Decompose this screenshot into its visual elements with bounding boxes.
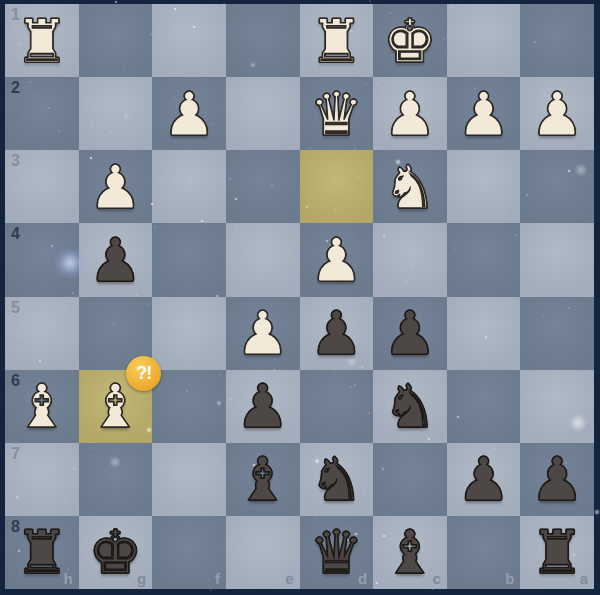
rank-label-5: 5 [11,300,20,316]
square-b5[interactable] [447,297,521,370]
square-d2[interactable]: ♛ [300,77,374,150]
square-h8[interactable]: 8h♜ [5,516,79,589]
square-f4[interactable] [152,223,226,296]
square-c3[interactable]: ♞ [373,150,447,223]
white-pawn-f2[interactable]: ♟ [162,84,216,144]
rank-label-7: 7 [11,446,20,462]
black-pawn-a7[interactable]: ♟ [530,449,584,509]
square-c5[interactable]: ♟ [373,297,447,370]
square-d8[interactable]: d♛ [300,516,374,589]
black-pawn-b7[interactable]: ♟ [457,449,511,509]
square-d5[interactable]: ♟ [300,297,374,370]
square-b2[interactable]: ♟ [447,77,521,150]
square-h2[interactable]: 2 [5,77,79,150]
rank-label-2: 2 [11,80,20,96]
square-c8[interactable]: c♝ [373,516,447,589]
square-f6[interactable] [152,370,226,443]
square-b1[interactable] [447,4,521,77]
white-pawn-a2[interactable]: ♟ [530,84,584,144]
square-f1[interactable] [152,4,226,77]
square-h4[interactable]: 4 [5,223,79,296]
square-d3[interactable] [300,150,374,223]
black-rook-a8[interactable]: ♜ [530,522,584,582]
square-a2[interactable]: ♟ [520,77,594,150]
square-f3[interactable] [152,150,226,223]
square-d4[interactable]: ♟ [300,223,374,296]
black-bishop-c8[interactable]: ♝ [383,522,437,582]
square-g2[interactable] [79,77,153,150]
white-rook-d1[interactable]: ♜ [309,11,363,71]
black-pawn-g4[interactable]: ♟ [89,230,143,290]
square-b6[interactable] [447,370,521,443]
square-e4[interactable] [226,223,300,296]
square-e3[interactable] [226,150,300,223]
square-g8[interactable]: g♚ [79,516,153,589]
square-e2[interactable] [226,77,300,150]
square-b7[interactable]: ♟ [447,443,521,516]
white-bishop-h6[interactable]: ♝ [15,376,69,436]
square-b3[interactable] [447,150,521,223]
black-knight-c6[interactable]: ♞ [383,376,437,436]
black-pawn-c5[interactable]: ♟ [383,303,437,363]
square-c2[interactable]: ♟ [373,77,447,150]
square-h6[interactable]: 6♝ [5,370,79,443]
square-c7[interactable] [373,443,447,516]
square-g7[interactable] [79,443,153,516]
chess-board: 1♜♜♚2♟♛♟♟♟3♟♞4♟♟5♟♟♟6♝♝?!♟♞7♝♞♟♟8h♜g♚fed… [5,4,594,589]
square-e6[interactable]: ♟ [226,370,300,443]
file-label-e: e [285,571,293,586]
square-d1[interactable]: ♜ [300,4,374,77]
white-pawn-g3[interactable]: ♟ [89,157,143,217]
square-d6[interactable] [300,370,374,443]
square-f2[interactable]: ♟ [152,77,226,150]
square-f8[interactable]: f [152,516,226,589]
chess-app-stage: 1♜♜♚2♟♛♟♟♟3♟♞4♟♟5♟♟♟6♝♝?!♟♞7♝♞♟♟8h♜g♚fed… [0,0,600,595]
square-b4[interactable] [447,223,521,296]
file-label-b: b [505,571,514,586]
move-annotation-badge: ?! [126,356,161,391]
square-e7[interactable]: ♝ [226,443,300,516]
square-d7[interactable]: ♞ [300,443,374,516]
white-pawn-d4[interactable]: ♟ [309,230,363,290]
square-g4[interactable]: ♟ [79,223,153,296]
white-rook-h1[interactable]: ♜ [15,11,69,71]
black-rook-h8[interactable]: ♜ [15,522,69,582]
square-e1[interactable] [226,4,300,77]
file-label-f: f [215,571,220,586]
square-f5[interactable] [152,297,226,370]
square-a3[interactable] [520,150,594,223]
white-king-c1[interactable]: ♚ [383,11,437,71]
square-g1[interactable] [79,4,153,77]
black-king-g8[interactable]: ♚ [89,522,143,582]
rank-label-4: 4 [11,226,20,242]
square-a7[interactable]: ♟ [520,443,594,516]
white-pawn-b2[interactable]: ♟ [457,84,511,144]
square-f7[interactable] [152,443,226,516]
square-g6[interactable]: ♝?! [79,370,153,443]
black-bishop-e7[interactable]: ♝ [236,449,290,509]
black-pawn-e6[interactable]: ♟ [236,376,290,436]
square-c4[interactable] [373,223,447,296]
white-knight-c3[interactable]: ♞ [383,157,437,217]
black-pawn-d5[interactable]: ♟ [309,303,363,363]
square-c6[interactable]: ♞ [373,370,447,443]
square-a1[interactable] [520,4,594,77]
square-c1[interactable]: ♚ [373,4,447,77]
black-knight-d7[interactable]: ♞ [309,449,363,509]
square-h5[interactable]: 5 [5,297,79,370]
square-a8[interactable]: a♜ [520,516,594,589]
black-queen-d8[interactable]: ♛ [309,522,363,582]
square-a4[interactable] [520,223,594,296]
square-h3[interactable]: 3 [5,150,79,223]
square-e8[interactable]: e [226,516,300,589]
square-e5[interactable]: ♟ [226,297,300,370]
white-pawn-e5[interactable]: ♟ [236,303,290,363]
white-pawn-c2[interactable]: ♟ [383,84,437,144]
square-a6[interactable] [520,370,594,443]
square-a5[interactable] [520,297,594,370]
square-g3[interactable]: ♟ [79,150,153,223]
square-h1[interactable]: 1♜ [5,4,79,77]
white-queen-d2[interactable]: ♛ [309,84,363,144]
star-specks [0,0,2,2]
square-b8[interactable]: b [447,516,521,589]
rank-label-3: 3 [11,153,20,169]
square-h7[interactable]: 7 [5,443,79,516]
